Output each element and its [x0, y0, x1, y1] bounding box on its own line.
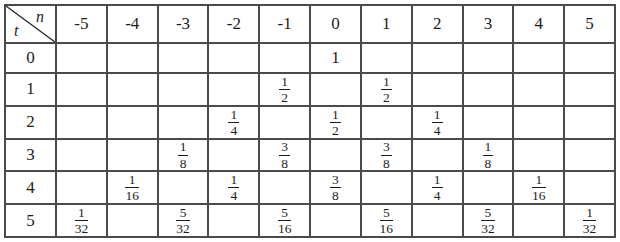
fraction-numerator: 1 [125, 172, 139, 188]
cell-t1-n-3 [159, 74, 208, 105]
fraction-numerator: 1 [330, 107, 341, 123]
fraction-numerator: 1 [228, 107, 239, 123]
fraction-value: 516 [278, 205, 292, 236]
row-header-t1: 1 [6, 74, 55, 105]
cell-t4-n3 [464, 172, 513, 203]
cell-t2-n2: 14 [413, 107, 462, 138]
cell-t1-n3 [464, 74, 513, 105]
page: n t -5-4-3-2-101234501112122141214318383… [0, 0, 620, 242]
column-variable-label: n [36, 9, 44, 25]
cell-t2-n-4 [108, 107, 157, 138]
cell-t4-n5 [565, 172, 614, 203]
fraction-value: 38 [381, 140, 392, 171]
col-header-n-5: -5 [57, 6, 106, 42]
cell-t5-n5: 132 [565, 205, 614, 236]
fraction-value: 18 [178, 140, 189, 171]
fraction-value: 14 [228, 172, 239, 203]
cell-t5-n0 [311, 205, 360, 236]
cell-t4-n-5 [57, 172, 106, 203]
cell-t5-n-5: 132 [57, 205, 106, 236]
fraction-denominator: 4 [432, 188, 443, 203]
cell-t3-n-5 [57, 140, 106, 171]
col-header-n-1: -1 [260, 6, 309, 42]
fraction-denominator: 4 [228, 188, 239, 203]
fraction-numerator: 1 [583, 205, 597, 221]
cell-t3-n-4 [108, 140, 157, 171]
fraction-denominator: 32 [176, 221, 190, 236]
fraction-value: 38 [279, 140, 290, 171]
fraction-value: 116 [125, 172, 139, 203]
fraction-value: 132 [583, 205, 597, 236]
fraction-numerator: 1 [432, 172, 443, 188]
cell-t3-n2 [413, 140, 462, 171]
col-header-n-2: -2 [209, 6, 258, 42]
col-header-n0: 0 [311, 6, 360, 42]
fraction-numerator: 5 [278, 205, 292, 221]
cell-t3-n5 [565, 140, 614, 171]
cell-t1-n-2 [209, 74, 258, 105]
cell-t1-n5 [565, 74, 614, 105]
fraction-numerator: 5 [176, 205, 190, 221]
fraction-denominator: 16 [380, 221, 394, 236]
cell-t5-n-3: 532 [159, 205, 208, 236]
fraction-numerator: 1 [483, 140, 494, 156]
fraction-denominator: 2 [330, 123, 341, 138]
fraction-numerator: 5 [481, 205, 495, 221]
cell-t2-n0: 12 [311, 107, 360, 138]
fraction-denominator: 32 [583, 221, 597, 236]
cell-t0-n3 [464, 44, 513, 72]
fraction-numerator: 5 [380, 205, 394, 221]
fraction-denominator: 8 [381, 156, 392, 171]
row-header-t3: 3 [6, 140, 55, 171]
fraction-numerator: 1 [228, 172, 239, 188]
col-header-n3: 3 [464, 6, 513, 42]
cell-t4-n-2: 14 [209, 172, 258, 203]
cell-t5-n-2 [209, 205, 258, 236]
fraction-denominator: 16 [125, 188, 139, 203]
fraction-numerator: 1 [532, 172, 546, 188]
fraction-denominator: 8 [279, 156, 290, 171]
fraction-value: 12 [279, 74, 290, 105]
row-header-t0: 0 [6, 44, 55, 72]
fraction-denominator: 4 [432, 123, 443, 138]
fraction-numerator: 1 [381, 74, 392, 90]
fraction-numerator: 1 [178, 140, 189, 156]
cell-t3-n4 [514, 140, 563, 171]
fraction-denominator: 16 [532, 188, 546, 203]
fraction-denominator: 16 [278, 221, 292, 236]
cell-t2-n5 [565, 107, 614, 138]
fraction-denominator: 8 [483, 156, 494, 171]
col-header-n1: 1 [362, 6, 411, 42]
cell-t4-n-1 [260, 172, 309, 203]
fraction-denominator: 8 [330, 188, 341, 203]
cell-t3-n-3: 18 [159, 140, 208, 171]
cell-t2-n3 [464, 107, 513, 138]
cell-t1-n1: 12 [362, 74, 411, 105]
fraction-denominator: 2 [381, 90, 392, 105]
fraction-numerator: 1 [75, 205, 89, 221]
fraction-denominator: 4 [228, 123, 239, 138]
row-variable-label: t [14, 23, 18, 39]
cell-t0-n1 [362, 44, 411, 72]
cell-t2-n-2: 14 [209, 107, 258, 138]
cell-t5-n2 [413, 205, 462, 236]
cell-t3-n3: 18 [464, 140, 513, 171]
fraction-value: 18 [483, 140, 494, 171]
fraction-numerator: 1 [279, 74, 290, 90]
cell-t4-n-4: 116 [108, 172, 157, 203]
cell-t0-n-1 [260, 44, 309, 72]
row-header-t2: 2 [6, 107, 55, 138]
fraction-denominator: 32 [75, 221, 89, 236]
cell-t3-n-2 [209, 140, 258, 171]
cell-t0-n-3 [159, 44, 208, 72]
col-header-n-3: -3 [159, 6, 208, 42]
fraction-denominator: 2 [279, 90, 290, 105]
cell-t4-n4: 116 [514, 172, 563, 203]
cell-t1-n-4 [108, 74, 157, 105]
fraction-numerator: 3 [330, 172, 341, 188]
fraction-value: 14 [432, 172, 443, 203]
cell-t2-n-1 [260, 107, 309, 138]
row-header-t4: 4 [6, 172, 55, 203]
fraction-value: 12 [381, 74, 392, 105]
cell-t5-n-1: 516 [260, 205, 309, 236]
fraction-value: 132 [75, 205, 89, 236]
cell-t5-n1: 516 [362, 205, 411, 236]
cell-t5-n-4 [108, 205, 157, 236]
corner-cell: n t [6, 6, 55, 42]
col-header-n4: 4 [514, 6, 563, 42]
fraction-numerator: 3 [279, 140, 290, 156]
cell-t0-n-2 [209, 44, 258, 72]
cell-t4-n-3 [159, 172, 208, 203]
cell-t1-n-5 [57, 74, 106, 105]
cell-t1-n4 [514, 74, 563, 105]
fraction-value: 532 [176, 205, 190, 236]
col-header-n-4: -4 [108, 6, 157, 42]
fraction-value: 12 [330, 107, 341, 138]
cell-t4-n1 [362, 172, 411, 203]
cell-t3-n-1: 38 [260, 140, 309, 171]
cell-t3-n1: 38 [362, 140, 411, 171]
cell-t0-n0: 1 [311, 44, 360, 72]
cell-t0-n-5 [57, 44, 106, 72]
fraction-numerator: 1 [432, 107, 443, 123]
fraction-value: 14 [228, 107, 239, 138]
cell-t1-n-1: 12 [260, 74, 309, 105]
row-header-t5: 5 [6, 205, 55, 236]
cell-t2-n4 [514, 107, 563, 138]
cell-t3-n0 [311, 140, 360, 171]
cell-t2-n-5 [57, 107, 106, 138]
fraction-value: 532 [481, 205, 495, 236]
fraction-value: 516 [380, 205, 394, 236]
fraction-value: 14 [432, 107, 443, 138]
fraction-numerator: 3 [381, 140, 392, 156]
cell-t2-n1 [362, 107, 411, 138]
fraction-denominator: 8 [178, 156, 189, 171]
col-header-n5: 5 [565, 6, 614, 42]
cell-t4-n0: 38 [311, 172, 360, 203]
cell-t0-n2 [413, 44, 462, 72]
col-header-n2: 2 [413, 6, 462, 42]
cell-t1-n0 [311, 74, 360, 105]
cell-t1-n2 [413, 74, 462, 105]
cell-t2-n-3 [159, 107, 208, 138]
cell-t0-n4 [514, 44, 563, 72]
cell-t5-n3: 532 [464, 205, 513, 236]
probability-table: n t -5-4-3-2-101234501112122141214318383… [4, 4, 616, 238]
fraction-value: 38 [330, 172, 341, 203]
fraction-denominator: 32 [481, 221, 495, 236]
cell-t0-n5 [565, 44, 614, 72]
cell-t4-n2: 14 [413, 172, 462, 203]
cell-t0-n-4 [108, 44, 157, 72]
fraction-value: 116 [532, 172, 546, 203]
cell-t5-n4 [514, 205, 563, 236]
